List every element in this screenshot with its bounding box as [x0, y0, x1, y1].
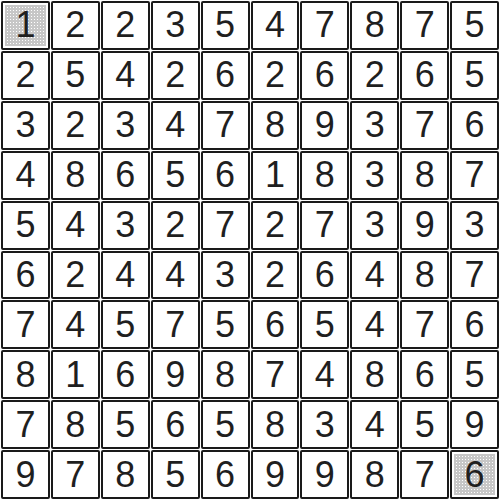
grid-cell[interactable]: 6 [400, 51, 449, 100]
grid-cell[interactable]: 5 [101, 400, 150, 449]
grid-cell[interactable]: 2 [51, 1, 100, 50]
grid-cell[interactable]: 8 [1, 350, 50, 399]
grid-cell[interactable]: 6 [101, 350, 150, 399]
grid-cell[interactable]: 3 [350, 101, 399, 150]
grid-cell[interactable]: 6 [1, 251, 50, 300]
grid-cell[interactable]: 4 [1, 151, 50, 200]
grid-cell[interactable]: 5 [1, 201, 50, 250]
grid-cell[interactable]: 2 [151, 201, 200, 250]
grid-cell[interactable]: 5 [450, 350, 499, 399]
grid-cell[interactable]: 2 [251, 51, 300, 100]
grid-cell[interactable]: 4 [350, 400, 399, 449]
grid-cell[interactable]: 8 [51, 151, 100, 200]
grid-cell[interactable]: 3 [350, 151, 399, 200]
grid-cell[interactable]: 7 [1, 400, 50, 449]
grid-cell[interactable]: 9 [300, 450, 349, 499]
grid-cell[interactable]: 7 [300, 201, 349, 250]
grid-cell[interactable]: 4 [350, 300, 399, 349]
grid-cell[interactable]: 5 [201, 1, 250, 50]
grid-cell[interactable]: 6 [201, 51, 250, 100]
grid-cell[interactable]: 4 [350, 251, 399, 300]
grid-cell[interactable]: 7 [151, 300, 200, 349]
grid-cell[interactable]: 8 [400, 251, 449, 300]
grid-cell[interactable]: 6 [201, 151, 250, 200]
puzzle-board: 1223547875254262626532347893764865618387… [1, 1, 499, 499]
grid-cell[interactable]: 7 [400, 1, 449, 50]
grid-cell[interactable]: 6 [201, 450, 250, 499]
grid-cell[interactable]: 5 [450, 1, 499, 50]
grid-cell[interactable]: 2 [51, 251, 100, 300]
grid-cell[interactable]: 1 [1, 1, 50, 50]
grid-cell[interactable]: 2 [101, 1, 150, 50]
grid-cell[interactable]: 4 [151, 101, 200, 150]
grid-cell[interactable]: 6 [450, 450, 499, 499]
grid-cell[interactable]: 7 [400, 450, 449, 499]
grid-cell[interactable]: 9 [151, 350, 200, 399]
grid-cell[interactable]: 7 [300, 1, 349, 50]
grid-cell[interactable]: 8 [251, 101, 300, 150]
grid-cell[interactable]: 3 [101, 101, 150, 150]
grid-cell[interactable]: 4 [151, 251, 200, 300]
grid-cell[interactable]: 5 [400, 400, 449, 449]
grid-cell[interactable]: 8 [300, 151, 349, 200]
grid-cell[interactable]: 2 [251, 251, 300, 300]
grid-cell[interactable]: 8 [350, 350, 399, 399]
grid-cell[interactable]: 7 [201, 201, 250, 250]
grid-cell[interactable]: 2 [151, 51, 200, 100]
grid-cell[interactable]: 8 [350, 450, 399, 499]
grid-cell[interactable]: 6 [450, 101, 499, 150]
grid-cell[interactable]: 8 [400, 151, 449, 200]
grid-cell[interactable]: 5 [151, 450, 200, 499]
grid-cell[interactable]: 7 [1, 300, 50, 349]
grid-cell[interactable]: 6 [300, 51, 349, 100]
grid-cell[interactable]: 1 [51, 350, 100, 399]
grid-cell[interactable]: 7 [400, 300, 449, 349]
grid-cell[interactable]: 9 [251, 450, 300, 499]
grid-cell[interactable]: 4 [101, 51, 150, 100]
grid-cell[interactable]: 7 [51, 450, 100, 499]
grid-cell[interactable]: 7 [201, 101, 250, 150]
grid-cell[interactable]: 8 [51, 400, 100, 449]
grid-cell[interactable]: 7 [400, 101, 449, 150]
grid-cell[interactable]: 3 [450, 201, 499, 250]
grid-cell[interactable]: 4 [51, 300, 100, 349]
grid-cell[interactable]: 8 [251, 400, 300, 449]
grid-cell[interactable]: 6 [400, 350, 449, 399]
grid-cell[interactable]: 2 [1, 51, 50, 100]
grid-cell[interactable]: 5 [151, 151, 200, 200]
grid-cell[interactable]: 5 [101, 300, 150, 349]
grid-cell[interactable]: 4 [51, 201, 100, 250]
grid-cell[interactable]: 9 [450, 400, 499, 449]
grid-cell[interactable]: 7 [450, 151, 499, 200]
grid-cell[interactable]: 5 [51, 51, 100, 100]
grid-cell[interactable]: 2 [251, 201, 300, 250]
grid-cell[interactable]: 7 [251, 350, 300, 399]
grid-cell[interactable]: 9 [300, 101, 349, 150]
grid-cell[interactable]: 6 [450, 300, 499, 349]
grid-cell[interactable]: 4 [251, 1, 300, 50]
grid-cell[interactable]: 3 [201, 251, 250, 300]
grid-cell[interactable]: 5 [300, 300, 349, 349]
grid-cell[interactable]: 2 [51, 101, 100, 150]
grid-cell[interactable]: 2 [350, 51, 399, 100]
grid-cell[interactable]: 9 [400, 201, 449, 250]
grid-cell[interactable]: 6 [101, 151, 150, 200]
grid-cell[interactable]: 6 [300, 251, 349, 300]
grid-cell[interactable]: 4 [300, 350, 349, 399]
grid-cell[interactable]: 3 [151, 1, 200, 50]
grid-cell[interactable]: 5 [201, 400, 250, 449]
grid-cell[interactable]: 6 [151, 400, 200, 449]
grid-cell[interactable]: 8 [201, 350, 250, 399]
grid-cell[interactable]: 5 [450, 51, 499, 100]
grid-cell[interactable]: 7 [450, 251, 499, 300]
grid-cell[interactable]: 5 [201, 300, 250, 349]
grid-cell[interactable]: 8 [101, 450, 150, 499]
grid-cell[interactable]: 3 [1, 101, 50, 150]
grid-cell[interactable]: 4 [101, 251, 150, 300]
grid-cell[interactable]: 3 [350, 201, 399, 250]
grid-cell[interactable]: 1 [251, 151, 300, 200]
grid-cell[interactable]: 6 [251, 300, 300, 349]
grid-cell[interactable]: 8 [350, 1, 399, 50]
grid-cell[interactable]: 3 [101, 201, 150, 250]
grid-cell[interactable]: 3 [300, 400, 349, 449]
grid-cell[interactable]: 9 [1, 450, 50, 499]
